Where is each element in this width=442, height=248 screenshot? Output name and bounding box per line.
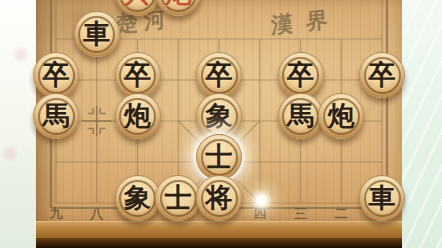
piece-character: 卒 bbox=[43, 61, 70, 88]
piece-character: 象 bbox=[206, 102, 233, 129]
piece-character: 炮 bbox=[328, 102, 355, 129]
river-char: 界 bbox=[306, 8, 328, 32]
file-label-4: 四 bbox=[253, 207, 266, 220]
piece-black-soldier[interactable]: 卒 bbox=[196, 52, 242, 98]
piece-character: 将 bbox=[206, 184, 233, 211]
xiangqi-board[interactable]: 楚 河 漢 界 九八七六五四三二一 兵炮車卒卒卒卒卒馬炮象馬炮士象士将車 bbox=[36, 0, 402, 221]
piece-character: 卒 bbox=[206, 61, 233, 88]
piece-black-chariot[interactable]: 車 bbox=[74, 11, 120, 57]
piece-black-elephant[interactable]: 象 bbox=[115, 175, 161, 221]
piece-character: 炮 bbox=[124, 102, 151, 129]
file-label-2: 二 bbox=[335, 207, 348, 220]
piece-black-soldier[interactable]: 卒 bbox=[115, 52, 161, 98]
piece-character: 卒 bbox=[369, 61, 396, 88]
right-background-strip bbox=[402, 0, 442, 248]
screenshot-root: 楚 河 漢 界 九八七六五四三二一 兵炮車卒卒卒卒卒馬炮象馬炮士象士将車 bbox=[0, 0, 442, 248]
file-label-3: 三 bbox=[294, 207, 307, 220]
piece-black-general[interactable]: 将 bbox=[196, 175, 242, 221]
piece-black-soldier[interactable]: 卒 bbox=[359, 52, 405, 98]
piece-black-cannon[interactable]: 炮 bbox=[115, 93, 161, 139]
piece-character: 卒 bbox=[287, 61, 314, 88]
last-move-source-marker bbox=[255, 194, 268, 207]
piece-black-soldier[interactable]: 卒 bbox=[33, 52, 79, 98]
piece-black-horse[interactable]: 馬 bbox=[278, 93, 324, 139]
piece-character: 象 bbox=[124, 184, 151, 211]
piece-character: 士 bbox=[206, 143, 233, 170]
board-front-edge bbox=[36, 221, 402, 239]
river-char: 漢 bbox=[271, 12, 293, 36]
piece-character: 馬 bbox=[287, 102, 314, 129]
piece-black-elephant[interactable]: 象 bbox=[196, 93, 242, 139]
piece-black-horse[interactable]: 馬 bbox=[33, 93, 79, 139]
piece-character: 炮 bbox=[165, 0, 192, 6]
piece-character: 士 bbox=[165, 184, 192, 211]
piece-character: 卒 bbox=[124, 61, 151, 88]
file-label-8: 八 bbox=[90, 207, 103, 220]
piece-character: 馬 bbox=[43, 102, 70, 129]
piece-black-chariot[interactable]: 車 bbox=[359, 175, 405, 221]
piece-character: 兵 bbox=[124, 0, 151, 6]
board-base-shadow bbox=[36, 238, 402, 248]
piece-character: 車 bbox=[369, 184, 396, 211]
piece-black-cannon[interactable]: 炮 bbox=[318, 93, 364, 139]
piece-black-advisor[interactable]: 士 bbox=[196, 134, 242, 180]
cannon-point-marker bbox=[82, 106, 112, 136]
piece-black-soldier[interactable]: 卒 bbox=[278, 52, 324, 98]
river-label-han: 漢 界 bbox=[271, 8, 328, 36]
piece-character: 車 bbox=[83, 20, 110, 47]
file-label-9: 九 bbox=[50, 207, 63, 220]
left-background-strip bbox=[0, 0, 36, 248]
piece-black-advisor[interactable]: 士 bbox=[155, 175, 201, 221]
